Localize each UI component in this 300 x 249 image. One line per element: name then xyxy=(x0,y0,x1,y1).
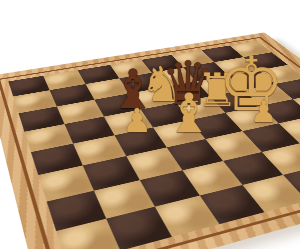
chess-board-photo: ♝ ♟ ♞ ♛ ♝ ♜ ♚ ♟ xyxy=(0,0,300,249)
piece-white-pawn-h4[interactable]: ♟ xyxy=(239,97,289,127)
